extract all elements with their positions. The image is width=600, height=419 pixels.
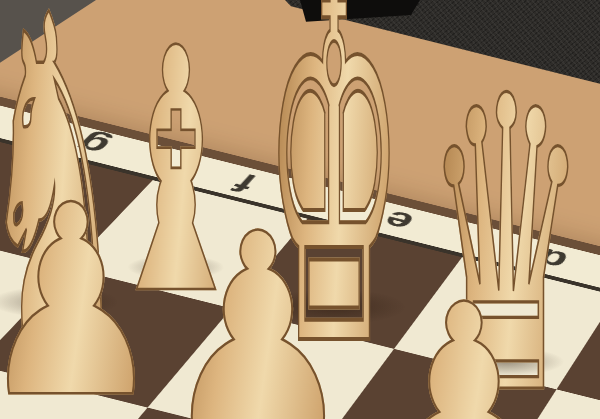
white-pawn-f2: ♟ [0,171,165,419]
photo-frame: hgfedcba ♞♝♚♛♟♟♟ [0,0,600,419]
white-pawn-d2: ♟ [364,268,565,419]
pieces-layer: ♞♝♚♛♟♟♟ [0,0,600,419]
white-pawn-e2: ♟ [159,198,357,419]
